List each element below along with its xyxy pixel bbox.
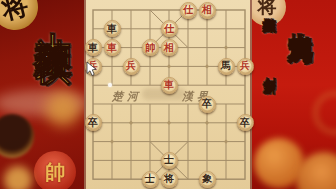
piece-black-卒[interactable]: 卒 [237, 114, 254, 131]
xiangqi-board[interactable]: 楚河 漢界 仕相車仕車車帥相兵兵馬兵車卒卒卒士士将象 [84, 0, 252, 189]
piece-black-卒[interactable]: 卒 [85, 114, 102, 131]
gold-bokeh-decor [4, 166, 32, 189]
thumbnail-stage: 帥 将 将 大神象棋 象棋大师 创新 中炮对屏风马 [0, 0, 336, 189]
piece-red-帥[interactable]: 帥 [142, 39, 159, 56]
mouse-cursor-icon [86, 62, 97, 77]
piece-red-相[interactable]: 相 [161, 39, 178, 56]
gold-ring-decor [314, 92, 336, 134]
piece-black-卒[interactable]: 卒 [199, 96, 216, 113]
piece-red-仕[interactable]: 仕 [161, 20, 178, 37]
piece-red-兵[interactable]: 兵 [123, 58, 140, 75]
left-main-title: 大神象棋 [27, 2, 78, 22]
red-piece-decor: 帥 [34, 151, 76, 189]
piece-red-兵[interactable]: 兵 [237, 58, 254, 75]
piece-red-相[interactable]: 相 [199, 2, 216, 19]
right-subtitle-2: 创新 [260, 68, 278, 70]
piece-black-士[interactable]: 士 [161, 152, 178, 169]
piece-black-士[interactable]: 士 [142, 171, 159, 188]
piece-black-車[interactable]: 車 [104, 20, 121, 37]
move-indicator-dot [108, 83, 112, 87]
dark-piece-decor [0, 114, 34, 158]
piece-red-車[interactable]: 車 [161, 77, 178, 94]
board-pieces: 仕相車仕車車帥相兵兵馬兵車卒卒卒士士将象 [86, 0, 250, 189]
piece-red-車[interactable]: 車 [104, 39, 121, 56]
piece-black-車[interactable]: 車 [85, 39, 102, 56]
right-main-title: 中炮对屏风马 [284, 12, 317, 24]
right-subtitle: 象棋大师 [260, 7, 278, 11]
gold-bokeh-decor [46, 92, 80, 126]
piece-red-仕[interactable]: 仕 [180, 2, 197, 19]
left-panel: 帥 将 [0, 0, 84, 189]
right-panel: 将 [252, 0, 336, 189]
piece-black-象[interactable]: 象 [199, 171, 216, 188]
piece-black-馬[interactable]: 馬 [218, 58, 235, 75]
piece-black-将[interactable]: 将 [161, 171, 178, 188]
